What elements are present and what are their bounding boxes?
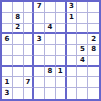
- given-digit: 7: [37, 3, 42, 10]
- cell-r5c5[interactable]: [45, 45, 56, 56]
- given-digit: 1: [4, 79, 9, 86]
- given-digit: 4: [80, 57, 85, 64]
- given-digit: 2: [15, 24, 20, 31]
- cell-r9c1[interactable]: 3: [2, 88, 13, 99]
- cell-r9c6[interactable]: [56, 88, 67, 99]
- given-digit: 1: [69, 14, 74, 21]
- cell-r1c8[interactable]: [77, 2, 88, 13]
- cell-r8c3[interactable]: 7: [24, 77, 35, 88]
- cell-r4c9[interactable]: 2: [88, 34, 99, 45]
- cell-r7c7[interactable]: [67, 67, 78, 78]
- cell-r7c2[interactable]: [13, 67, 24, 78]
- cell-r8c1[interactable]: 1: [2, 77, 13, 88]
- cell-r1c4[interactable]: 7: [34, 2, 45, 13]
- given-digit: 3: [69, 3, 74, 10]
- cell-r2c5[interactable]: [45, 13, 56, 24]
- cell-r8c2[interactable]: [13, 77, 24, 88]
- cell-r5c9[interactable]: 8: [88, 45, 99, 56]
- cell-r2c1[interactable]: [2, 13, 13, 24]
- cell-r3c1[interactable]: [2, 24, 13, 35]
- cell-r2c7[interactable]: 1: [67, 13, 78, 24]
- cell-r6c3[interactable]: [24, 56, 35, 67]
- cell-r5c6[interactable]: [56, 45, 67, 56]
- cell-r5c1[interactable]: [2, 45, 13, 56]
- cell-r3c2[interactable]: 2: [13, 24, 24, 35]
- cell-r5c7[interactable]: [67, 45, 78, 56]
- cell-r3c5[interactable]: 4: [45, 24, 56, 35]
- cell-r6c7[interactable]: [67, 56, 78, 67]
- cell-r9c9[interactable]: [88, 88, 99, 99]
- cell-r7c1[interactable]: [2, 67, 13, 78]
- given-digit: 8: [15, 14, 20, 21]
- cell-r9c7[interactable]: [67, 88, 78, 99]
- cell-r9c3[interactable]: [24, 88, 35, 99]
- cell-r7c8[interactable]: [77, 67, 88, 78]
- cell-r4c8[interactable]: [77, 34, 88, 45]
- cell-r3c7[interactable]: [67, 24, 78, 35]
- given-digit: 8: [48, 68, 53, 75]
- cell-r6c6[interactable]: [56, 56, 67, 67]
- cell-r6c4[interactable]: [34, 56, 45, 67]
- given-digit: 7: [26, 79, 31, 86]
- cell-r7c5[interactable]: 8: [45, 67, 56, 78]
- given-digit: 3: [37, 36, 42, 43]
- cell-r4c5[interactable]: [45, 34, 56, 45]
- cell-r6c5[interactable]: [45, 56, 56, 67]
- cell-r7c4[interactable]: [34, 67, 45, 78]
- cell-r7c9[interactable]: [88, 67, 99, 78]
- cell-r5c2[interactable]: [13, 45, 24, 56]
- cell-r8c6[interactable]: [56, 77, 67, 88]
- cell-r6c1[interactable]: [2, 56, 13, 67]
- cell-r6c2[interactable]: [13, 56, 24, 67]
- given-digit: 1: [58, 68, 63, 75]
- cell-r2c8[interactable]: [77, 13, 88, 24]
- cell-r3c9[interactable]: [88, 24, 99, 35]
- cell-r4c1[interactable]: 6: [2, 34, 13, 45]
- cell-r5c8[interactable]: 5: [77, 45, 88, 56]
- cell-r8c5[interactable]: [45, 77, 56, 88]
- cell-r3c6[interactable]: [56, 24, 67, 35]
- cell-r2c4[interactable]: [34, 13, 45, 24]
- cell-r2c9[interactable]: [88, 13, 99, 24]
- cell-r2c6[interactable]: [56, 13, 67, 24]
- cell-r5c3[interactable]: [24, 45, 35, 56]
- cell-r1c1[interactable]: [2, 2, 13, 13]
- cell-r5c4[interactable]: [34, 45, 45, 56]
- given-digit: 4: [48, 24, 53, 31]
- cell-r9c5[interactable]: [45, 88, 56, 99]
- cell-r3c4[interactable]: [34, 24, 45, 35]
- given-digit: 3: [4, 90, 9, 97]
- given-digit: 8: [91, 46, 96, 53]
- cell-r9c2[interactable]: [13, 88, 24, 99]
- sudoku-board: 73812463258481173: [0, 0, 101, 101]
- cell-r8c4[interactable]: [34, 77, 45, 88]
- cell-r8c8[interactable]: [77, 77, 88, 88]
- cell-r7c3[interactable]: [24, 67, 35, 78]
- cell-r4c6[interactable]: [56, 34, 67, 45]
- cell-r6c8[interactable]: 4: [77, 56, 88, 67]
- cell-r4c4[interactable]: 3: [34, 34, 45, 45]
- cell-r9c8[interactable]: [77, 88, 88, 99]
- cell-r1c2[interactable]: [13, 2, 24, 13]
- cell-r1c5[interactable]: [45, 2, 56, 13]
- cell-r4c2[interactable]: [13, 34, 24, 45]
- cell-r3c3[interactable]: [24, 24, 35, 35]
- cell-r4c7[interactable]: [67, 34, 78, 45]
- cell-r1c3[interactable]: [24, 2, 35, 13]
- given-digit: 5: [80, 46, 85, 53]
- cell-r8c9[interactable]: [88, 77, 99, 88]
- cell-r1c9[interactable]: [88, 2, 99, 13]
- cell-r3c8[interactable]: [77, 24, 88, 35]
- cell-r2c3[interactable]: [24, 13, 35, 24]
- cell-r8c7[interactable]: [67, 77, 78, 88]
- given-digit: 6: [4, 36, 9, 43]
- cell-r6c9[interactable]: [88, 56, 99, 67]
- cell-r1c7[interactable]: 3: [67, 2, 78, 13]
- cell-r1c6[interactable]: [56, 2, 67, 13]
- cell-r4c3[interactable]: [24, 34, 35, 45]
- cell-r2c2[interactable]: 8: [13, 13, 24, 24]
- cell-r7c6[interactable]: 1: [56, 67, 67, 78]
- given-digit: 2: [91, 36, 96, 43]
- cell-r9c4[interactable]: [34, 88, 45, 99]
